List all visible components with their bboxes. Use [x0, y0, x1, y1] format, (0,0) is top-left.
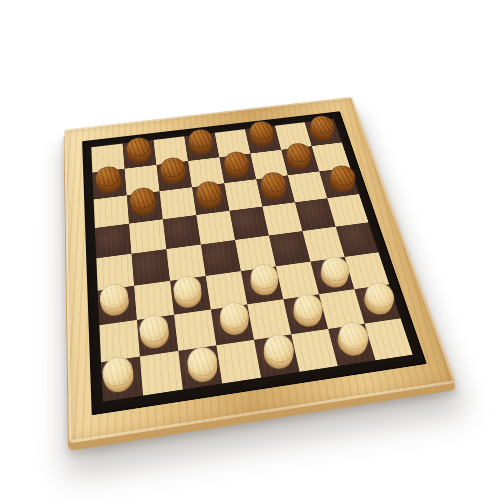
- checkers-board: [64, 97, 456, 444]
- product-photo-scene: [0, 0, 500, 500]
